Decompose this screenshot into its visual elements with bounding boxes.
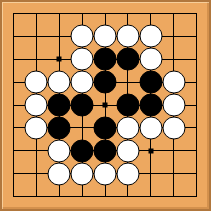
intersection-5-7[interactable] bbox=[94, 139, 117, 162]
grid-line-vertical bbox=[13, 25, 14, 48]
intersection-2-4[interactable] bbox=[25, 71, 48, 94]
intersection-6-1[interactable] bbox=[117, 2, 140, 25]
intersection-2-3[interactable] bbox=[25, 48, 48, 71]
white-stone bbox=[116, 116, 139, 139]
white-stone bbox=[116, 162, 139, 185]
intersection-7-7[interactable] bbox=[139, 139, 162, 162]
intersection-7-3[interactable] bbox=[139, 48, 162, 71]
intersection-2-8[interactable] bbox=[25, 162, 48, 185]
intersection-9-4[interactable] bbox=[185, 71, 208, 94]
grid-line-vertical bbox=[127, 185, 128, 196]
white-stone bbox=[48, 139, 71, 162]
grid-line-vertical bbox=[150, 162, 151, 185]
intersection-4-3[interactable] bbox=[71, 48, 94, 71]
grid-line-vertical bbox=[173, 139, 174, 162]
intersection-6-3[interactable] bbox=[117, 48, 140, 71]
grid-line-vertical bbox=[36, 139, 37, 162]
grid-line-vertical bbox=[13, 48, 14, 71]
intersection-7-4[interactable] bbox=[139, 71, 162, 94]
grid-line-vertical bbox=[13, 94, 14, 117]
white-stone bbox=[25, 71, 48, 94]
grid-line-horizontal bbox=[13, 82, 24, 83]
intersection-3-3[interactable] bbox=[48, 48, 71, 71]
intersection-6-9[interactable] bbox=[117, 185, 140, 208]
grid-line-horizontal bbox=[13, 59, 24, 60]
grid-line-horizontal bbox=[13, 150, 24, 151]
intersection-8-6[interactable] bbox=[162, 117, 185, 140]
black-stone bbox=[71, 139, 94, 162]
grid-line-horizontal bbox=[185, 105, 196, 106]
grid-line-vertical bbox=[36, 162, 37, 185]
grid-line-vertical bbox=[173, 48, 174, 71]
grid-line-horizontal bbox=[13, 13, 24, 14]
intersection-7-8[interactable] bbox=[139, 162, 162, 185]
grid-line-horizontal bbox=[185, 59, 196, 60]
intersection-2-1[interactable] bbox=[25, 2, 48, 25]
grid-line-horizontal bbox=[13, 36, 24, 37]
grid-line-vertical bbox=[196, 48, 197, 71]
intersection-5-9[interactable] bbox=[94, 185, 117, 208]
intersection-3-9[interactable] bbox=[48, 185, 71, 208]
black-stone bbox=[94, 71, 117, 94]
intersection-3-1[interactable] bbox=[48, 2, 71, 25]
grid-line-horizontal bbox=[13, 173, 24, 174]
white-stone bbox=[25, 94, 48, 117]
intersection-3-4[interactable] bbox=[48, 71, 71, 94]
intersection-3-5[interactable] bbox=[48, 94, 71, 117]
grid-line-vertical bbox=[105, 185, 106, 196]
grid-line-vertical bbox=[196, 13, 197, 24]
black-stone bbox=[139, 94, 162, 117]
star-point bbox=[57, 57, 62, 62]
white-stone bbox=[48, 162, 71, 185]
intersection-9-5[interactable] bbox=[185, 94, 208, 117]
white-stone bbox=[94, 25, 117, 48]
intersection-2-7[interactable] bbox=[25, 139, 48, 162]
white-stone bbox=[94, 162, 117, 185]
grid-line-horizontal bbox=[185, 82, 196, 83]
grid-line-vertical bbox=[196, 94, 197, 117]
grid-line-vertical bbox=[150, 185, 151, 196]
intersection-9-7[interactable] bbox=[185, 139, 208, 162]
white-stone bbox=[71, 162, 94, 185]
grid-line-horizontal bbox=[185, 150, 196, 151]
intersection-1-2[interactable] bbox=[2, 25, 25, 48]
black-stone bbox=[48, 94, 71, 117]
star-point bbox=[148, 148, 153, 153]
intersection-2-2[interactable] bbox=[25, 25, 48, 48]
intersection-3-8[interactable] bbox=[48, 162, 71, 185]
intersection-4-5[interactable] bbox=[71, 94, 94, 117]
intersection-2-5[interactable] bbox=[25, 94, 48, 117]
black-stone bbox=[94, 139, 117, 162]
grid-line-vertical bbox=[196, 117, 197, 140]
go-board bbox=[0, 0, 211, 211]
intersection-9-9[interactable] bbox=[185, 185, 208, 208]
black-stone bbox=[139, 71, 162, 94]
intersection-8-4[interactable] bbox=[162, 71, 185, 94]
intersection-1-8[interactable] bbox=[2, 162, 25, 185]
intersection-1-5[interactable] bbox=[2, 94, 25, 117]
intersection-6-8[interactable] bbox=[117, 162, 140, 185]
intersection-3-2[interactable] bbox=[48, 25, 71, 48]
intersection-3-7[interactable] bbox=[48, 139, 71, 162]
black-stone bbox=[116, 48, 139, 71]
grid-line-vertical bbox=[36, 48, 37, 71]
intersection-4-6[interactable] bbox=[71, 117, 94, 140]
intersection-8-1[interactable] bbox=[162, 2, 185, 25]
black-stone bbox=[94, 48, 117, 71]
grid-line-horizontal bbox=[13, 105, 24, 106]
intersection-4-8[interactable] bbox=[71, 162, 94, 185]
black-stone bbox=[94, 116, 117, 139]
grid-line-vertical bbox=[82, 185, 83, 196]
white-stone bbox=[139, 116, 162, 139]
intersection-5-2[interactable] bbox=[94, 25, 117, 48]
white-stone bbox=[162, 71, 185, 94]
white-stone bbox=[71, 48, 94, 71]
intersection-8-8[interactable] bbox=[162, 162, 185, 185]
white-stone bbox=[116, 25, 139, 48]
white-stone bbox=[25, 116, 48, 139]
grid-line-vertical bbox=[13, 185, 14, 196]
intersection-1-7[interactable] bbox=[2, 139, 25, 162]
grid-line-vertical bbox=[173, 185, 174, 196]
intersection-4-2[interactable] bbox=[71, 25, 94, 48]
intersection-2-6[interactable] bbox=[25, 117, 48, 140]
grid-line-horizontal bbox=[185, 13, 196, 14]
grid-line-vertical bbox=[13, 71, 14, 94]
grid-line-horizontal bbox=[13, 127, 24, 128]
intersection-5-5[interactable] bbox=[94, 94, 117, 117]
intersection-9-2[interactable] bbox=[185, 25, 208, 48]
grid-line-horizontal bbox=[185, 173, 196, 174]
intersection-6-6[interactable] bbox=[117, 117, 140, 140]
grid-line-vertical bbox=[36, 13, 37, 24]
intersection-6-2[interactable] bbox=[117, 25, 140, 48]
black-stone bbox=[116, 94, 139, 117]
intersection-6-7[interactable] bbox=[117, 139, 140, 162]
grid-line-horizontal bbox=[185, 196, 196, 197]
grid-line-vertical bbox=[196, 185, 197, 196]
white-stone bbox=[162, 116, 185, 139]
white-stone bbox=[116, 139, 139, 162]
grid-line-vertical bbox=[173, 13, 174, 24]
intersection-5-1[interactable] bbox=[94, 2, 117, 25]
intersection-1-1[interactable] bbox=[2, 2, 25, 25]
grid-line-vertical bbox=[13, 162, 14, 185]
grid-line-vertical bbox=[127, 13, 128, 24]
intersection-8-5[interactable] bbox=[162, 94, 185, 117]
grid-line-horizontal bbox=[185, 127, 196, 128]
intersection-8-7[interactable] bbox=[162, 139, 185, 162]
intersection-1-6[interactable] bbox=[2, 117, 25, 140]
intersection-6-5[interactable] bbox=[117, 94, 140, 117]
intersection-9-3[interactable] bbox=[185, 48, 208, 71]
intersection-5-8[interactable] bbox=[94, 162, 117, 185]
grid-line-vertical bbox=[13, 117, 14, 140]
intersection-7-9[interactable] bbox=[139, 185, 162, 208]
intersection-7-1[interactable] bbox=[139, 2, 162, 25]
white-stone bbox=[71, 25, 94, 48]
intersection-4-4[interactable] bbox=[71, 71, 94, 94]
intersection-5-6[interactable] bbox=[94, 117, 117, 140]
grid-line-vertical bbox=[196, 25, 197, 48]
intersection-9-8[interactable] bbox=[185, 162, 208, 185]
intersection-1-9[interactable] bbox=[2, 185, 25, 208]
grid-line-vertical bbox=[105, 13, 106, 24]
grid-line-vertical bbox=[82, 13, 83, 24]
intersection-6-4[interactable] bbox=[117, 71, 140, 94]
grid-line-vertical bbox=[127, 71, 128, 94]
grid-line-vertical bbox=[59, 13, 60, 24]
grid-line-vertical bbox=[196, 139, 197, 162]
grid-line-vertical bbox=[59, 25, 60, 48]
star-point bbox=[103, 103, 108, 108]
intersection-9-1[interactable] bbox=[185, 2, 208, 25]
grid-line-vertical bbox=[173, 162, 174, 185]
grid-line-vertical bbox=[13, 13, 14, 24]
grid-line-vertical bbox=[36, 185, 37, 196]
intersection-7-2[interactable] bbox=[139, 25, 162, 48]
white-stone bbox=[139, 48, 162, 71]
intersection-7-5[interactable] bbox=[139, 94, 162, 117]
black-stone bbox=[48, 116, 71, 139]
intersection-8-2[interactable] bbox=[162, 25, 185, 48]
white-stone bbox=[48, 71, 71, 94]
grid-line-vertical bbox=[13, 139, 14, 162]
intersection-2-9[interactable] bbox=[25, 185, 48, 208]
white-stone bbox=[71, 71, 94, 94]
intersection-4-1[interactable] bbox=[71, 2, 94, 25]
grid-line-vertical bbox=[196, 162, 197, 185]
intersection-9-6[interactable] bbox=[185, 117, 208, 140]
intersection-1-4[interactable] bbox=[2, 71, 25, 94]
white-stone bbox=[139, 25, 162, 48]
white-stone bbox=[162, 94, 185, 117]
intersection-1-3[interactable] bbox=[2, 48, 25, 71]
intersection-4-9[interactable] bbox=[71, 185, 94, 208]
grid-line-vertical bbox=[59, 185, 60, 196]
intersection-5-3[interactable] bbox=[94, 48, 117, 71]
grid-line-vertical bbox=[36, 25, 37, 48]
intersection-7-6[interactable] bbox=[139, 117, 162, 140]
grid-line-vertical bbox=[82, 117, 83, 140]
grid-line-vertical bbox=[173, 25, 174, 48]
grid-line-vertical bbox=[150, 13, 151, 24]
grid-line-vertical bbox=[196, 71, 197, 94]
grid-line-horizontal bbox=[185, 36, 196, 37]
intersection-4-7[interactable] bbox=[71, 139, 94, 162]
grid-line-horizontal bbox=[13, 196, 24, 197]
intersection-5-4[interactable] bbox=[94, 71, 117, 94]
intersection-8-3[interactable] bbox=[162, 48, 185, 71]
intersection-3-6[interactable] bbox=[48, 117, 71, 140]
black-stone bbox=[71, 94, 94, 117]
intersection-8-9[interactable] bbox=[162, 185, 185, 208]
